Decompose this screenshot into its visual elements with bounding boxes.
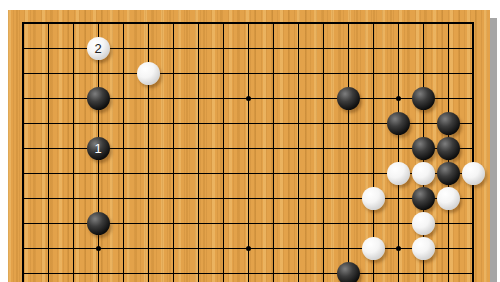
- star-point: [396, 96, 401, 101]
- move-number-label: 1: [94, 142, 101, 155]
- grid-line-vertical: [472, 22, 474, 282]
- stone-black[interactable]: 1: [87, 137, 110, 160]
- star-point: [96, 246, 101, 251]
- go-board[interactable]: 21: [8, 10, 490, 282]
- stone-white[interactable]: [462, 162, 485, 185]
- grid-line-vertical: [273, 22, 274, 282]
- go-diagram: 21: [0, 0, 500, 282]
- stone-white[interactable]: 2: [87, 37, 110, 60]
- board-drop-shadow: [490, 18, 497, 282]
- grid-line-vertical: [48, 22, 49, 282]
- stone-black[interactable]: [412, 137, 435, 160]
- grid-line-vertical: [348, 22, 349, 282]
- stone-white[interactable]: [362, 237, 385, 260]
- grid-line-vertical: [323, 22, 324, 282]
- grid-line-vertical: [173, 22, 174, 282]
- stone-white[interactable]: [387, 162, 410, 185]
- grid-line-vertical: [398, 22, 399, 282]
- star-point: [246, 96, 251, 101]
- stone-black[interactable]: [437, 137, 460, 160]
- grid-line-vertical: [248, 22, 249, 282]
- stone-white[interactable]: [362, 187, 385, 210]
- stone-white[interactable]: [137, 62, 160, 85]
- stone-white[interactable]: [437, 187, 460, 210]
- star-point: [396, 246, 401, 251]
- grid-line-horizontal: [22, 273, 474, 274]
- stone-black[interactable]: [387, 112, 410, 135]
- stone-black[interactable]: [87, 212, 110, 235]
- grid-line-vertical: [198, 22, 199, 282]
- stone-black[interactable]: [437, 112, 460, 135]
- stone-black[interactable]: [337, 262, 360, 282]
- grid-line-horizontal: [22, 198, 474, 199]
- grid-line-vertical: [73, 22, 74, 282]
- move-number-label: 2: [94, 42, 101, 55]
- grid-line-vertical: [298, 22, 299, 282]
- grid-line-vertical: [22, 22, 24, 282]
- grid-line-vertical: [223, 22, 224, 282]
- stone-black[interactable]: [412, 87, 435, 110]
- stone-black[interactable]: [87, 87, 110, 110]
- grid-line-horizontal: [22, 22, 474, 24]
- stone-white[interactable]: [412, 212, 435, 235]
- stone-black[interactable]: [337, 87, 360, 110]
- stone-white[interactable]: [412, 237, 435, 260]
- stone-black[interactable]: [437, 162, 460, 185]
- grid-line-vertical: [123, 22, 124, 282]
- star-point: [246, 246, 251, 251]
- stone-white[interactable]: [412, 162, 435, 185]
- stone-black[interactable]: [412, 187, 435, 210]
- grid-line-horizontal: [22, 73, 474, 74]
